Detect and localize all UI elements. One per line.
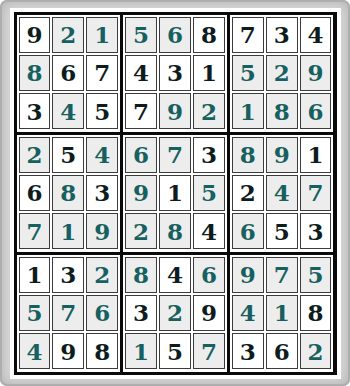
cell-r6c4[interactable]: 2 [125, 213, 157, 249]
cell-r7c2[interactable]: 3 [52, 257, 84, 293]
cell-r5c8[interactable]: 4 [266, 175, 298, 211]
cell-r7c7[interactable]: 9 [232, 257, 264, 293]
cell-r8c6[interactable]: 9 [193, 295, 225, 331]
box-6: 891247653 [230, 135, 334, 252]
cell-r3c2[interactable]: 4 [52, 93, 84, 129]
cell-r7c3[interactable]: 2 [86, 257, 118, 293]
box-8: 846329157 [123, 255, 227, 372]
cell-r9c9[interactable]: 2 [300, 333, 332, 369]
cell-r1c8[interactable]: 3 [266, 17, 298, 53]
cell-r1c4[interactable]: 5 [125, 17, 157, 53]
cell-r5c1[interactable]: 6 [19, 175, 51, 211]
cell-r7c6[interactable]: 6 [193, 257, 225, 293]
cell-r1c5[interactable]: 6 [159, 17, 191, 53]
box-1: 921867345 [17, 15, 121, 132]
cell-r4c3[interactable]: 4 [86, 137, 118, 173]
cell-r4c9[interactable]: 1 [300, 137, 332, 173]
cell-r2c7[interactable]: 5 [232, 55, 264, 91]
cell-r6c5[interactable]: 8 [159, 213, 191, 249]
box-4: 254683719 [17, 135, 121, 252]
cell-r9c6[interactable]: 7 [193, 333, 225, 369]
cell-r6c9[interactable]: 3 [300, 213, 332, 249]
cell-r2c6[interactable]: 1 [193, 55, 225, 91]
cell-r6c3[interactable]: 9 [86, 213, 118, 249]
page-background: 9218673455684317927345291862546837196739… [0, 0, 350, 386]
cell-r4c1[interactable]: 2 [19, 137, 51, 173]
cell-r1c6[interactable]: 8 [193, 17, 225, 53]
box-7: 132576498 [17, 255, 121, 372]
cell-r8c5[interactable]: 2 [159, 295, 191, 331]
cell-r7c8[interactable]: 7 [266, 257, 298, 293]
cell-r5c6[interactable]: 5 [193, 175, 225, 211]
cell-r7c4[interactable]: 8 [125, 257, 157, 293]
cell-r7c9[interactable]: 5 [300, 257, 332, 293]
cell-r3c1[interactable]: 3 [19, 93, 51, 129]
box-5: 673915284 [123, 135, 227, 252]
sudoku-board: 9218673455684317927345291862546837196739… [14, 12, 337, 375]
cell-r4c4[interactable]: 6 [125, 137, 157, 173]
cell-r8c1[interactable]: 5 [19, 295, 51, 331]
cell-r2c1[interactable]: 8 [19, 55, 51, 91]
cell-r8c9[interactable]: 8 [300, 295, 332, 331]
cell-r9c2[interactable]: 9 [52, 333, 84, 369]
cell-r6c1[interactable]: 7 [19, 213, 51, 249]
cell-r6c6[interactable]: 4 [193, 213, 225, 249]
cell-r2c9[interactable]: 9 [300, 55, 332, 91]
cell-r3c5[interactable]: 9 [159, 93, 191, 129]
cell-r3c4[interactable]: 7 [125, 93, 157, 129]
cell-r4c2[interactable]: 5 [52, 137, 84, 173]
cell-r2c3[interactable]: 7 [86, 55, 118, 91]
cell-r3c6[interactable]: 2 [193, 93, 225, 129]
cell-r5c2[interactable]: 8 [52, 175, 84, 211]
cell-r1c2[interactable]: 2 [52, 17, 84, 53]
cell-r3c7[interactable]: 1 [232, 93, 264, 129]
cell-r4c6[interactable]: 3 [193, 137, 225, 173]
cell-r9c5[interactable]: 5 [159, 333, 191, 369]
cell-r8c2[interactable]: 7 [52, 295, 84, 331]
cell-r6c8[interactable]: 5 [266, 213, 298, 249]
cell-r4c5[interactable]: 7 [159, 137, 191, 173]
cell-r2c4[interactable]: 4 [125, 55, 157, 91]
box-3: 734529186 [230, 15, 334, 132]
cell-r5c7[interactable]: 2 [232, 175, 264, 211]
cell-r7c1[interactable]: 1 [19, 257, 51, 293]
cell-r9c7[interactable]: 3 [232, 333, 264, 369]
cell-r1c7[interactable]: 7 [232, 17, 264, 53]
cell-r4c8[interactable]: 9 [266, 137, 298, 173]
cell-r5c4[interactable]: 9 [125, 175, 157, 211]
cell-r2c8[interactable]: 2 [266, 55, 298, 91]
cell-r9c3[interactable]: 8 [86, 333, 118, 369]
cell-r2c5[interactable]: 3 [159, 55, 191, 91]
box-2: 568431792 [123, 15, 227, 132]
cell-r9c4[interactable]: 1 [125, 333, 157, 369]
cell-r5c5[interactable]: 1 [159, 175, 191, 211]
box-9: 975418362 [230, 255, 334, 372]
cell-r9c8[interactable]: 6 [266, 333, 298, 369]
cell-r8c4[interactable]: 3 [125, 295, 157, 331]
cell-r7c5[interactable]: 4 [159, 257, 191, 293]
cell-r1c1[interactable]: 9 [19, 17, 51, 53]
cell-r1c3[interactable]: 1 [86, 17, 118, 53]
cell-r2c2[interactable]: 6 [52, 55, 84, 91]
cell-r4c7[interactable]: 8 [232, 137, 264, 173]
cell-r5c9[interactable]: 7 [300, 175, 332, 211]
cell-r3c8[interactable]: 8 [266, 93, 298, 129]
cell-r3c9[interactable]: 6 [300, 93, 332, 129]
cell-r8c7[interactable]: 4 [232, 295, 264, 331]
cell-r8c3[interactable]: 6 [86, 295, 118, 331]
board-panel: 9218673455684317927345291862546837196739… [10, 8, 341, 379]
cell-r9c1[interactable]: 4 [19, 333, 51, 369]
cell-r6c2[interactable]: 1 [52, 213, 84, 249]
cell-r6c7[interactable]: 6 [232, 213, 264, 249]
cell-r8c8[interactable]: 1 [266, 295, 298, 331]
cell-r1c9[interactable]: 4 [300, 17, 332, 53]
cell-r3c3[interactable]: 5 [86, 93, 118, 129]
cell-r5c3[interactable]: 3 [86, 175, 118, 211]
